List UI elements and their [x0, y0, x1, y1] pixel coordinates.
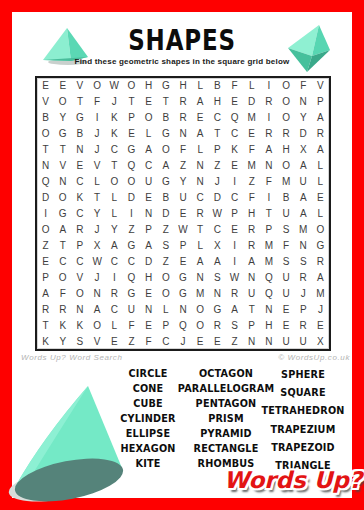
grid-cell-r11c5[interactable]: A	[106, 237, 123, 253]
grid-cell-r2c4[interactable]: F	[89, 94, 106, 110]
grid-cell-r9c6[interactable]: I	[123, 206, 140, 222]
grid-cell-r5c3[interactable]: N	[71, 142, 88, 158]
grid-cell-r10c12[interactable]: E	[226, 221, 243, 237]
grid-cell-r1c3[interactable]: V	[71, 78, 88, 94]
grid-cell-r16c12[interactable]: S	[226, 317, 243, 333]
grid-cell-r5c1[interactable]: T	[37, 142, 54, 158]
grid-cell-r12c16[interactable]: S	[295, 253, 312, 269]
grid-cell-r14c10[interactable]: M	[192, 285, 209, 301]
grid-cell-r15c8[interactable]: L	[157, 301, 174, 317]
grid-cell-r1c4[interactable]: O	[89, 78, 106, 94]
grid-cell-r16c9[interactable]: Q	[174, 317, 191, 333]
grid-cell-r13c10[interactable]: N	[192, 269, 209, 285]
grid-cell-r1c14[interactable]: I	[260, 78, 277, 94]
grid-cell-r7c8[interactable]: G	[157, 174, 174, 190]
grid-cell-r17c15[interactable]: U	[277, 333, 294, 349]
grid-cell-r11c12[interactable]: I	[226, 237, 243, 253]
grid-cell-r16c16[interactable]: R	[295, 317, 312, 333]
grid-cell-r1c9[interactable]: H	[174, 78, 191, 94]
grid-cell-r9c10[interactable]: R	[192, 206, 209, 222]
grid-cell-r4c8[interactable]: G	[157, 126, 174, 142]
grid-cell-r14c11[interactable]: N	[209, 285, 226, 301]
grid-cell-r6c10[interactable]: N	[192, 158, 209, 174]
grid-cell-r4c5[interactable]: K	[106, 126, 123, 142]
grid-cell-r6c15[interactable]: O	[277, 158, 294, 174]
grid-cell-r1c5[interactable]: W	[106, 78, 123, 94]
grid-cell-r17c7[interactable]: F	[140, 333, 157, 349]
grid-cell-r12c1[interactable]: E	[37, 253, 54, 269]
grid-cell-r16c17[interactable]: E	[312, 317, 329, 333]
grid-cell-r12c10[interactable]: A	[192, 253, 209, 269]
grid-cell-r12c3[interactable]: C	[71, 253, 88, 269]
grid-cell-r15c11[interactable]: G	[209, 301, 226, 317]
grid-cell-r16c6[interactable]: F	[123, 317, 140, 333]
grid-cell-r12c5[interactable]: C	[106, 253, 123, 269]
word-item: TRAPEZIUM	[239, 420, 364, 438]
grid-cell-r10c3[interactable]: R	[71, 221, 88, 237]
grid-cell-r11c16[interactable]: N	[295, 237, 312, 253]
grid-cell-r7c5[interactable]: O	[106, 174, 123, 190]
grid-cell-r4c4[interactable]: J	[89, 126, 106, 142]
grid-cell-r3c6[interactable]: P	[123, 110, 140, 126]
grid-cell-r10c4[interactable]: J	[89, 221, 106, 237]
grid-cell-r10c16[interactable]: M	[295, 221, 312, 237]
grid-cell-r11c10[interactable]: L	[192, 237, 209, 253]
grid-cell-r5c15[interactable]: H	[277, 142, 294, 158]
grid-cell-r12c4[interactable]: W	[89, 253, 106, 269]
grid-cell-r4c15[interactable]: R	[277, 126, 294, 142]
grid-cell-r17c2[interactable]: Y	[54, 333, 71, 349]
grid-cell-r9c13[interactable]: H	[243, 206, 260, 222]
grid-cell-r3c1[interactable]: B	[37, 110, 54, 126]
words-up-logo: Words Up?	[213, 467, 364, 493]
grid-cell-r14c4[interactable]: N	[89, 285, 106, 301]
grid-cell-r17c3[interactable]: S	[71, 333, 88, 349]
grid-cell-r12c13[interactable]: A	[243, 253, 260, 269]
grid-cell-r16c10[interactable]: O	[192, 317, 209, 333]
grid-cell-r9c7[interactable]: N	[140, 206, 157, 222]
grid-cell-r9c4[interactable]: Y	[89, 206, 106, 222]
grid-cell-r10c10[interactable]: T	[192, 221, 209, 237]
grid-cell-r8c9[interactable]: U	[174, 190, 191, 206]
grid-cell-r17c11[interactable]: E	[209, 333, 226, 349]
grid-cell-r5c5[interactable]: C	[106, 142, 123, 158]
grid-cell-r16c15[interactable]: E	[277, 317, 294, 333]
grid-cell-r6c3[interactable]: E	[71, 158, 88, 174]
grid-cell-r8c15[interactable]: B	[277, 190, 294, 206]
grid-cell-r14c17[interactable]: M	[312, 285, 329, 301]
grid-cell-r4c14[interactable]: R	[260, 126, 277, 142]
grid-cell-r2c14[interactable]: R	[260, 94, 277, 110]
grid-cell-r15c6[interactable]: U	[123, 301, 140, 317]
grid-cell-r6c11[interactable]: Z	[209, 158, 226, 174]
grid-cell-r5c13[interactable]: F	[243, 142, 260, 158]
grid-cell-r6c14[interactable]: N	[260, 158, 277, 174]
grid-cell-r14c5[interactable]: R	[106, 285, 123, 301]
grid-cell-r9c3[interactable]: C	[71, 206, 88, 222]
grid-cell-r3c10[interactable]: E	[192, 110, 209, 126]
grid-cell-r12c15[interactable]: S	[277, 253, 294, 269]
grid-cell-r13c9[interactable]: G	[174, 269, 191, 285]
grid-cell-r14c8[interactable]: O	[157, 285, 174, 301]
grid-cell-r13c15[interactable]: U	[277, 269, 294, 285]
grid-cell-r15c9[interactable]: N	[174, 301, 191, 317]
grid-cell-r9c11[interactable]: W	[209, 206, 226, 222]
grid-cell-r15c7[interactable]: N	[140, 301, 157, 317]
grid-cell-r6c12[interactable]: E	[226, 158, 243, 174]
grid-cell-r9c15[interactable]: U	[277, 206, 294, 222]
grid-cell-r7c4[interactable]: L	[89, 174, 106, 190]
grid-cell-r16c5[interactable]: L	[106, 317, 123, 333]
grid-cell-r4c10[interactable]: A	[192, 126, 209, 142]
grid-cell-r3c14[interactable]: I	[260, 110, 277, 126]
grid-cell-r5c17[interactable]: A	[312, 142, 329, 158]
grid-cell-r5c7[interactable]: A	[140, 142, 157, 158]
grid-cell-r16c14[interactable]: H	[260, 317, 277, 333]
grid-cell-r7c3[interactable]: C	[71, 174, 88, 190]
grid-cell-r14c12[interactable]: R	[226, 285, 243, 301]
grid-cell-r13c5[interactable]: I	[106, 269, 123, 285]
grid-cell-r15c2[interactable]: R	[54, 301, 71, 317]
grid-cell-r6c4[interactable]: V	[89, 158, 106, 174]
grid-cell-r7c6[interactable]: O	[123, 174, 140, 190]
grid-cell-r1c15[interactable]: O	[277, 78, 294, 94]
grid-cell-r9c16[interactable]: A	[295, 206, 312, 222]
grid-cell-r11c17[interactable]: G	[312, 237, 329, 253]
grid-cell-r8c1[interactable]: D	[37, 190, 54, 206]
grid-cell-r13c12[interactable]: W	[226, 269, 243, 285]
grid-cell-r16c4[interactable]: O	[89, 317, 106, 333]
grid-cell-r2c11[interactable]: H	[209, 94, 226, 110]
grid-cell-r3c7[interactable]: O	[140, 110, 157, 126]
grid-cell-r7c15[interactable]: M	[277, 174, 294, 190]
grid-cell-r14c9[interactable]: G	[174, 285, 191, 301]
grid-cell-r10c7[interactable]: P	[140, 221, 157, 237]
grid-cell-r8c12[interactable]: C	[226, 190, 243, 206]
grid-cell-r8c8[interactable]: B	[157, 190, 174, 206]
grid-cell-r17c17[interactable]: X	[312, 333, 329, 349]
grid-cell-r16c11[interactable]: R	[209, 317, 226, 333]
grid-cell-r17c6[interactable]: Z	[123, 333, 140, 349]
grid-cell-r2c16[interactable]: N	[295, 94, 312, 110]
grid-cell-r10c8[interactable]: Z	[157, 221, 174, 237]
grid-cell-r12c9[interactable]: E	[174, 253, 191, 269]
grid-cell-r10c2[interactable]: A	[54, 221, 71, 237]
grid-cell-r17c14[interactable]: N	[260, 333, 277, 349]
grid-cell-r11c8[interactable]: S	[157, 237, 174, 253]
grid-cell-r5c11[interactable]: P	[209, 142, 226, 158]
grid-cell-r4c17[interactable]: R	[312, 126, 329, 142]
grid-cell-r14c6[interactable]: G	[123, 285, 140, 301]
grid-cell-r3c13[interactable]: M	[243, 110, 260, 126]
grid-cell-r15c1[interactable]: R	[37, 301, 54, 317]
grid-cell-r15c16[interactable]: P	[295, 301, 312, 317]
grid-cell-r14c1[interactable]: A	[37, 285, 54, 301]
grid-cell-r12c2[interactable]: C	[54, 253, 71, 269]
grid-cell-r14c15[interactable]: U	[277, 285, 294, 301]
grid-cell-r14c13[interactable]: U	[243, 285, 260, 301]
grid-cell-r11c11[interactable]: X	[209, 237, 226, 253]
grid-cell-r8c11[interactable]: D	[209, 190, 226, 206]
grid-cell-r5c9[interactable]: F	[174, 142, 191, 158]
grid-cell-r7c12[interactable]: I	[226, 174, 243, 190]
grid-cell-r13c2[interactable]: O	[54, 269, 71, 285]
grid-cell-r15c3[interactable]: N	[71, 301, 88, 317]
grid-cell-r2c7[interactable]: E	[140, 94, 157, 110]
grid-cell-r7c16[interactable]: U	[295, 174, 312, 190]
grid-cell-r11c13[interactable]: R	[243, 237, 260, 253]
grid-cell-r13c7[interactable]: H	[140, 269, 157, 285]
grid-cell-r15c5[interactable]: C	[106, 301, 123, 317]
grid-cell-r3c2[interactable]: Y	[54, 110, 71, 126]
grid-cell-r2c17[interactable]: P	[312, 94, 329, 110]
grid-cell-r3c9[interactable]: R	[174, 110, 191, 126]
page-title: SHAPES	[43, 24, 322, 57]
grid-cell-r2c5[interactable]: J	[106, 94, 123, 110]
grid-cell-r10c11[interactable]: C	[209, 221, 226, 237]
grid-cell-r7c13[interactable]: Z	[243, 174, 260, 190]
grid-cell-r5c12[interactable]: K	[226, 142, 243, 158]
grid-cell-r13c17[interactable]: A	[312, 269, 329, 285]
grid-cell-r15c17[interactable]: J	[312, 301, 329, 317]
grid-cell-r16c8[interactable]: P	[157, 317, 174, 333]
grid-cell-r2c12[interactable]: E	[226, 94, 243, 110]
grid-cell-r1c10[interactable]: L	[192, 78, 209, 94]
grid-cell-r17c1[interactable]: K	[37, 333, 54, 349]
grid-cell-r14c2[interactable]: F	[54, 285, 71, 301]
grid-cell-r17c12[interactable]: Z	[226, 333, 243, 349]
grid-cell-r7c2[interactable]: N	[54, 174, 71, 190]
grid-cell-r5c14[interactable]: A	[260, 142, 277, 158]
grid-cell-r3c12[interactable]: Q	[226, 110, 243, 126]
grid-cell-r6c6[interactable]: Q	[123, 158, 140, 174]
grid-cell-r8c6[interactable]: D	[123, 190, 140, 206]
grid-cell-r8c3[interactable]: K	[71, 190, 88, 206]
grid-cell-r2c3[interactable]: T	[71, 94, 88, 110]
grid-cell-r3c8[interactable]: B	[157, 110, 174, 126]
grid-cell-r11c6[interactable]: G	[123, 237, 140, 253]
grid-cell-r8c5[interactable]: L	[106, 190, 123, 206]
grid-cell-r1c7[interactable]: H	[140, 78, 157, 94]
grid-cell-r3c5[interactable]: K	[106, 110, 123, 126]
grid-cell-r1c8[interactable]: G	[157, 78, 174, 94]
grid-cell-r1c17[interactable]: V	[312, 78, 329, 94]
grid-cell-r6c5[interactable]: T	[106, 158, 123, 174]
grid-cell-r11c3[interactable]: P	[71, 237, 88, 253]
grid-cell-r11c15[interactable]: F	[277, 237, 294, 253]
grid-cell-r2c2[interactable]: O	[54, 94, 71, 110]
grid-cell-r9c1[interactable]: I	[37, 206, 54, 222]
grid-cell-r15c13[interactable]: T	[243, 301, 260, 317]
grid-cell-r1c6[interactable]: O	[123, 78, 140, 94]
grid-cell-r10c9[interactable]: W	[174, 221, 191, 237]
grid-cell-r8c14[interactable]: I	[260, 190, 277, 206]
grid-cell-r3c16[interactable]: Y	[295, 110, 312, 126]
grid-cell-r3c4[interactable]: I	[89, 110, 106, 126]
grid-cell-r5c16[interactable]: X	[295, 142, 312, 158]
grid-cell-r6c17[interactable]: L	[312, 158, 329, 174]
grid-cell-r9c14[interactable]: T	[260, 206, 277, 222]
grid-cell-r4c13[interactable]: E	[243, 126, 260, 142]
word-list-column-3: SPHERESQUARETETRAHEDRONTRAPEZIUMTRAPEZOI…	[233, 365, 364, 474]
grid-cell-r14c16[interactable]: J	[295, 285, 312, 301]
grid-cell-r15c12[interactable]: A	[226, 301, 243, 317]
grid-cell-r2c10[interactable]: A	[192, 94, 209, 110]
grid-cell-r8c16[interactable]: A	[295, 190, 312, 206]
grid-cell-r1c16[interactable]: F	[295, 78, 312, 94]
grid-cell-r4c11[interactable]: T	[209, 126, 226, 142]
grid-cell-r7c17[interactable]: L	[312, 174, 329, 190]
grid-cell-r4c16[interactable]: D	[295, 126, 312, 142]
grid-cell-r12c14[interactable]: M	[260, 253, 277, 269]
grid-cell-r6c7[interactable]: C	[140, 158, 157, 174]
grid-cell-r9c12[interactable]: P	[226, 206, 243, 222]
grid-cell-r10c15[interactable]: S	[277, 221, 294, 237]
grid-cell-r7c9[interactable]: Y	[174, 174, 191, 190]
grid-cell-r4c3[interactable]: B	[71, 126, 88, 142]
grid-cell-r9c2[interactable]: G	[54, 206, 71, 222]
grid-cell-r17c5[interactable]: E	[106, 333, 123, 349]
grid-cell-r4c2[interactable]: G	[54, 126, 71, 142]
grid-cell-r2c9[interactable]: R	[174, 94, 191, 110]
grid-cell-r9c8[interactable]: D	[157, 206, 174, 222]
grid-cell-r17c10[interactable]: E	[192, 333, 209, 349]
grid-cell-r11c7[interactable]: A	[140, 237, 157, 253]
grid-cell-r2c13[interactable]: D	[243, 94, 260, 110]
grid-cell-r13c13[interactable]: N	[243, 269, 260, 285]
word-item: TETRAHEDRON	[239, 401, 364, 419]
grid-cell-r16c7[interactable]: E	[140, 317, 157, 333]
grid-cell-r8c13[interactable]: F	[243, 190, 260, 206]
grid-cell-r9c17[interactable]: L	[312, 206, 329, 222]
grid-cell-r10c14[interactable]: P	[260, 221, 277, 237]
grid-cell-r10c13[interactable]: R	[243, 221, 260, 237]
grid-cell-r4c6[interactable]: E	[123, 126, 140, 142]
grid-cell-r15c15[interactable]: E	[277, 301, 294, 317]
grid-cell-r9c5[interactable]: L	[106, 206, 123, 222]
grid-cell-r11c4[interactable]: X	[89, 237, 106, 253]
grid-cell-r1c11[interactable]: B	[209, 78, 226, 94]
grid-cell-r2c15[interactable]: O	[277, 94, 294, 110]
grid-cell-r5c8[interactable]: O	[157, 142, 174, 158]
grid-cell-r15c4[interactable]: A	[89, 301, 106, 317]
grid-cell-r17c16[interactable]: U	[295, 333, 312, 349]
word-item: TRAPEZOID	[239, 438, 364, 456]
grid-cell-r3c15[interactable]: O	[277, 110, 294, 126]
grid-cell-r17c13[interactable]: N	[243, 333, 260, 349]
grid-cell-r4c9[interactable]: N	[174, 126, 191, 142]
grid-cell-r12c8[interactable]: Z	[157, 253, 174, 269]
grid-cell-r8c2[interactable]: O	[54, 190, 71, 206]
grid-cell-r17c4[interactable]: V	[89, 333, 106, 349]
cone-icon	[8, 383, 140, 505]
grid-cell-r10c5[interactable]: Y	[106, 221, 123, 237]
grid-cell-r13c14[interactable]: Q	[260, 269, 277, 285]
grid-cell-r4c1[interactable]: O	[37, 126, 54, 142]
grid-cell-r5c4[interactable]: J	[89, 142, 106, 158]
grid-cell-r6c13[interactable]: M	[243, 158, 260, 174]
grid-cell-r16c13[interactable]: P	[243, 317, 260, 333]
grid-cell-r12c12[interactable]: I	[226, 253, 243, 269]
grid-cell-r16c3[interactable]: K	[71, 317, 88, 333]
grid-cell-r12c7[interactable]: D	[140, 253, 157, 269]
grid-cell-r11c9[interactable]: P	[174, 237, 191, 253]
grid-cell-r10c6[interactable]: Z	[123, 221, 140, 237]
grid-cell-r1c2[interactable]: E	[54, 78, 71, 94]
grid-cell-r1c12[interactable]: F	[226, 78, 243, 94]
grid-cell-r3c11[interactable]: C	[209, 110, 226, 126]
grid-cell-r7c7[interactable]: U	[140, 174, 157, 190]
grid-cell-r14c14[interactable]: Q	[260, 285, 277, 301]
grid-cell-r15c10[interactable]: O	[192, 301, 209, 317]
grid-cell-r7c11[interactable]: J	[209, 174, 226, 190]
grid-cell-r9c9[interactable]: E	[174, 206, 191, 222]
grid-cell-r3c3[interactable]: G	[71, 110, 88, 126]
grid-cell-r1c13[interactable]: L	[243, 78, 260, 94]
grid-cell-r7c10[interactable]: N	[192, 174, 209, 190]
credit-left: Words Up? Word Search	[21, 353, 123, 362]
grid-cell-r6c16[interactable]: A	[295, 158, 312, 174]
grid-cell-r13c8[interactable]: O	[157, 269, 174, 285]
page-subtitle: Find these geometric shapes in the squar…	[12, 57, 352, 66]
grid-cell-r5c2[interactable]: T	[54, 142, 71, 158]
grid-cell-r13c11[interactable]: S	[209, 269, 226, 285]
grid-cell-r6c1[interactable]: N	[37, 158, 54, 174]
grid-cell-r1c1[interactable]: E	[37, 78, 54, 94]
grid-cell-r8c4[interactable]: T	[89, 190, 106, 206]
grid-cell-r16c1[interactable]: T	[37, 317, 54, 333]
credit-right: © WordsUp.co.uk	[278, 353, 350, 362]
grid-cell-r13c3[interactable]: V	[71, 269, 88, 285]
grid-cell-r2c8[interactable]: T	[157, 94, 174, 110]
grid-cell-r12c17[interactable]: R	[312, 253, 329, 269]
grid-cell-r13c16[interactable]: R	[295, 269, 312, 285]
grid-cell-r6c9[interactable]: Z	[174, 158, 191, 174]
grid-cell-r5c10[interactable]: L	[192, 142, 209, 158]
grid-cell-r17c8[interactable]: C	[157, 333, 174, 349]
grid-cell-r2c6[interactable]: T	[123, 94, 140, 110]
grid-cell-r17c9[interactable]: J	[174, 333, 191, 349]
grid-cell-r5c6[interactable]: G	[123, 142, 140, 158]
grid-cell-r10c17[interactable]: O	[312, 221, 329, 237]
grid-cell-r6c2[interactable]: V	[54, 158, 71, 174]
grid-cell-r16c2[interactable]: K	[54, 317, 71, 333]
grid-cell-r4c12[interactable]: C	[226, 126, 243, 142]
grid-cell-r3c17[interactable]: A	[312, 110, 329, 126]
grid-cell-r10c1[interactable]: O	[37, 221, 54, 237]
grid-cell-r13c4[interactable]: J	[89, 269, 106, 285]
grid-cell-r11c1[interactable]: Z	[37, 237, 54, 253]
grid-cell-r6c8[interactable]: A	[157, 158, 174, 174]
grid-cell-r13c1[interactable]: P	[37, 269, 54, 285]
grid-cell-r4c7[interactable]: L	[140, 126, 157, 142]
grid-cell-r12c6[interactable]: C	[123, 253, 140, 269]
grid-cell-r14c3[interactable]: O	[71, 285, 88, 301]
grid-cell-r8c7[interactable]: E	[140, 190, 157, 206]
grid-cell-r13c6[interactable]: Q	[123, 269, 140, 285]
grid-cell-r12c11[interactable]: A	[209, 253, 226, 269]
grid-cell-r14c7[interactable]: E	[140, 285, 157, 301]
grid-cell-r7c14[interactable]: F	[260, 174, 277, 190]
grid-cell-r7c1[interactable]: Q	[37, 174, 54, 190]
worksheet-page: SHAPES Find these geometric shapes in th…	[0, 0, 364, 510]
grid-cell-r8c17[interactable]: E	[312, 190, 329, 206]
grid-cell-r11c14[interactable]: M	[260, 237, 277, 253]
grid-cell-r8c10[interactable]: C	[192, 190, 209, 206]
grid-cell-r15c14[interactable]: N	[260, 301, 277, 317]
grid-cell-r11c2[interactable]: T	[54, 237, 71, 253]
grid-cell-r2c1[interactable]: V	[37, 94, 54, 110]
